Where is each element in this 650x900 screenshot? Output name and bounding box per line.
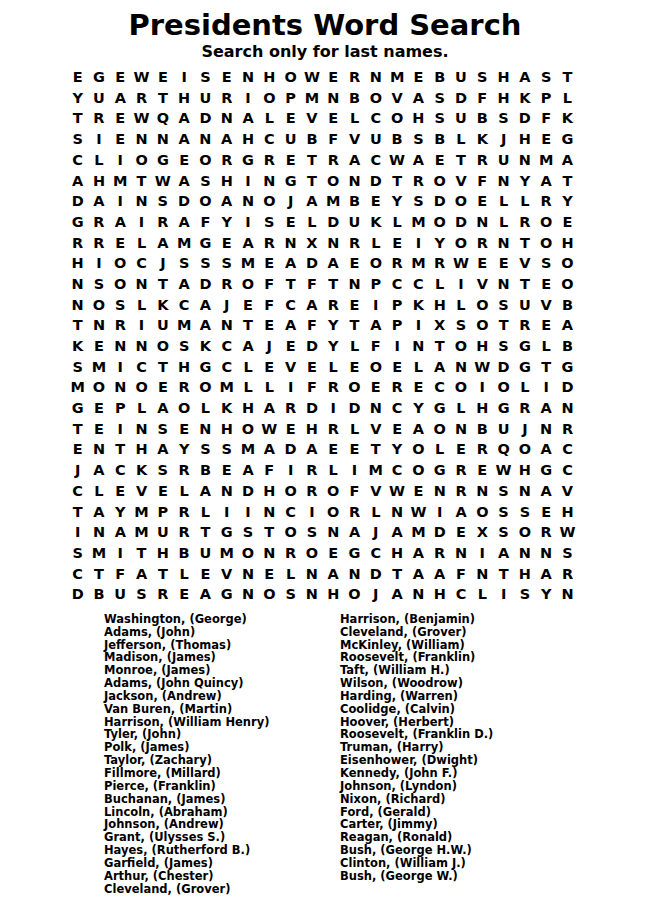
grid-cell: U <box>514 295 535 316</box>
grid-cell: M <box>131 501 152 522</box>
grid-cell: L <box>280 564 301 585</box>
grid-cell: H <box>131 439 152 460</box>
grid-cell: T <box>536 357 557 378</box>
grid-cell: L <box>450 295 471 316</box>
grid-cell: J <box>493 129 514 150</box>
grid-cell: Y <box>67 88 88 109</box>
grid-cell: E <box>195 564 216 585</box>
grid-cell: L <box>323 357 344 378</box>
grid-cell: N <box>536 543 557 564</box>
grid-cell: A <box>173 212 194 233</box>
grid-cell: N <box>472 481 493 502</box>
grid-cell: A <box>408 150 429 171</box>
grid-cell: H <box>259 67 280 88</box>
grid-cell: A <box>536 564 557 585</box>
grid-cell: M <box>110 170 131 191</box>
grid-cell: U <box>152 315 173 336</box>
grid-cell: W <box>386 150 407 171</box>
grid-cell: S <box>280 584 301 605</box>
grid-cell: R <box>216 88 237 109</box>
grid-cell: S <box>408 129 429 150</box>
grid-cell: R <box>536 522 557 543</box>
grid-cell: U <box>88 88 109 109</box>
grid-cell: H <box>259 481 280 502</box>
grid-cell: L <box>557 88 578 109</box>
grid-cell: N <box>557 398 578 419</box>
grid-cell: I <box>237 170 258 191</box>
word-list-item: Nixon, (Richard) <box>340 793 570 806</box>
grid-cell: V <box>450 170 471 191</box>
grid-cell: G <box>216 584 237 605</box>
grid-cell: Y <box>557 191 578 212</box>
grid-cell: R <box>450 481 471 502</box>
grid-cell: L <box>237 377 258 398</box>
grid-cell: S <box>216 253 237 274</box>
grid-cell: G <box>429 398 450 419</box>
grid-cell: A <box>557 315 578 336</box>
grid-cell: R <box>67 233 88 254</box>
grid-cell: N <box>323 88 344 109</box>
grid-cell: W <box>259 419 280 440</box>
grid-cell: N <box>557 584 578 605</box>
grid-cell: R <box>557 419 578 440</box>
grid-cell: S <box>493 501 514 522</box>
grid-cell: O <box>195 191 216 212</box>
grid-cell: C <box>173 295 194 316</box>
grid-cell: A <box>237 460 258 481</box>
grid-cell: L <box>408 357 429 378</box>
grid-cell: S <box>152 460 173 481</box>
grid-cell: O <box>450 191 471 212</box>
grid-cell: I <box>386 336 407 357</box>
grid-cell: R <box>173 501 194 522</box>
grid-cell: S <box>237 522 258 543</box>
grid-cell: I <box>216 501 237 522</box>
grid-cell: R <box>323 377 344 398</box>
grid-cell: S <box>536 253 557 274</box>
grid-cell: W <box>152 170 173 191</box>
grid-cell: V <box>216 564 237 585</box>
grid-cell: O <box>365 253 386 274</box>
grid-cell: O <box>344 584 365 605</box>
grid-cell: V <box>131 481 152 502</box>
grid-cell: O <box>280 481 301 502</box>
grid-cell: T <box>131 543 152 564</box>
grid-cell: R <box>88 212 109 233</box>
grid-cell: U <box>195 543 216 564</box>
word-list-item: Wilson, (Woodrow) <box>340 677 570 690</box>
grid-cell: N <box>88 522 109 543</box>
grid-cell: D <box>429 191 450 212</box>
grid-cell: S <box>493 295 514 316</box>
grid-cell: O <box>323 481 344 502</box>
grid-cell: Y <box>429 233 450 254</box>
grid-cell: Y <box>386 191 407 212</box>
grid-cell: C <box>216 357 237 378</box>
grid-cell: H <box>514 564 535 585</box>
grid-cell: O <box>429 170 450 191</box>
grid-cell: E <box>365 377 386 398</box>
grid-cell: M <box>386 67 407 88</box>
grid-cell: T <box>152 274 173 295</box>
grid-cell: N <box>301 584 322 605</box>
grid-cell: I <box>110 357 131 378</box>
grid-cell: A <box>514 67 535 88</box>
grid-cell: R <box>173 460 194 481</box>
grid-cell: N <box>344 564 365 585</box>
grid-cell: E <box>216 233 237 254</box>
grid-cell: S <box>195 67 216 88</box>
grid-cell: R <box>386 253 407 274</box>
grid-cell: A <box>536 170 557 191</box>
grid-cell: E <box>67 439 88 460</box>
grid-cell: H <box>493 67 514 88</box>
grid-cell: A <box>152 233 173 254</box>
grid-cell: L <box>259 108 280 129</box>
grid-cell: D <box>280 439 301 460</box>
grid-cell: S <box>152 191 173 212</box>
grid-cell: T <box>110 439 131 460</box>
grid-cell: I <box>493 584 514 605</box>
grid-cell: A <box>536 481 557 502</box>
grid-cell: C <box>365 150 386 171</box>
grid-cell: E <box>280 150 301 171</box>
grid-cell: G <box>67 212 88 233</box>
grid-cell: F <box>344 481 365 502</box>
grid-cell: R <box>88 108 109 129</box>
grid-cell: E <box>323 543 344 564</box>
grid-cell: A <box>408 564 429 585</box>
grid-cell: Y <box>323 336 344 357</box>
grid-cell: I <box>536 377 557 398</box>
grid-cell: M <box>131 522 152 543</box>
grid-cell: S <box>173 336 194 357</box>
grid-cell: J <box>365 522 386 543</box>
grid-cell: A <box>259 398 280 419</box>
grid-cell: R <box>259 150 280 171</box>
grid-cell: N <box>450 419 471 440</box>
grid-cell: O <box>110 274 131 295</box>
grid-cell: E <box>472 253 493 274</box>
grid-cell: G <box>152 150 173 171</box>
grid-cell: M <box>67 377 88 398</box>
grid-cell: S <box>259 212 280 233</box>
grid-cell: T <box>429 336 450 357</box>
grid-cell: M <box>173 315 194 336</box>
grid-cell: A <box>365 315 386 336</box>
word-list-item: Hayes, (Rutherford B.) <box>104 844 340 857</box>
page-title: Presidents Word Search <box>0 8 650 42</box>
grid-cell: N <box>493 170 514 191</box>
grid-cell: E <box>344 439 365 460</box>
grid-cell: I <box>237 501 258 522</box>
grid-cell: N <box>472 212 493 233</box>
grid-cell: T <box>152 564 173 585</box>
grid-cell: H <box>557 233 578 254</box>
word-list-item: Adams, (John) <box>104 626 340 639</box>
grid-cell: N <box>110 377 131 398</box>
grid-cell: S <box>88 274 109 295</box>
grid-cell: K <box>152 295 173 316</box>
grid-cell: G <box>557 129 578 150</box>
grid-cell: R <box>173 522 194 543</box>
grid-cell: O <box>323 501 344 522</box>
grid-cell: T <box>514 274 535 295</box>
grid-cell: N <box>88 315 109 336</box>
grid-cell: I <box>472 377 493 398</box>
grid-cell: V <box>472 274 493 295</box>
grid-cell: K <box>195 336 216 357</box>
grid-cell: I <box>429 501 450 522</box>
grid-cell: T <box>450 150 471 171</box>
grid-cell: G <box>237 150 258 171</box>
grid-cell: B <box>472 419 493 440</box>
grid-cell: O <box>344 377 365 398</box>
grid-cell: C <box>131 357 152 378</box>
grid-cell: C <box>110 460 131 481</box>
grid-cell: R <box>301 460 322 481</box>
grid-cell: B <box>88 584 109 605</box>
grid-cell: O <box>195 377 216 398</box>
grid-cell: C <box>386 398 407 419</box>
grid-cell: S <box>67 129 88 150</box>
grid-cell: H <box>514 460 535 481</box>
grid-cell: N <box>195 129 216 150</box>
grid-cell: R <box>323 419 344 440</box>
grid-cell: H <box>429 584 450 605</box>
grid-cell: E <box>365 191 386 212</box>
grid-cell: I <box>344 460 365 481</box>
grid-cell: E <box>259 564 280 585</box>
grid-cell: L <box>514 191 535 212</box>
grid-cell: K <box>131 460 152 481</box>
grid-cell: Y <box>536 584 557 605</box>
word-list-item: Arthur, (Chester) <box>104 870 340 883</box>
grid-cell: I <box>280 377 301 398</box>
grid-cell: R <box>344 233 365 254</box>
grid-cell: V <box>365 481 386 502</box>
grid-cell: T <box>67 501 88 522</box>
grid-cell: L <box>173 481 194 502</box>
grid-cell: H <box>88 170 109 191</box>
grid-cell: B <box>344 191 365 212</box>
grid-cell: L <box>195 501 216 522</box>
grid-cell: E <box>344 253 365 274</box>
grid-cell: R <box>173 377 194 398</box>
puzzle-page: Presidents Word Search Search only for l… <box>0 8 650 900</box>
grid-cell: H <box>386 543 407 564</box>
grid-cell: U <box>450 67 471 88</box>
grid-cell: O <box>280 522 301 543</box>
grid-cell: A <box>493 543 514 564</box>
grid-cell: A <box>152 398 173 419</box>
grid-cell: O <box>259 584 280 605</box>
grid-cell: E <box>88 419 109 440</box>
grid-cell: A <box>110 212 131 233</box>
grid-cell: Y <box>323 315 344 336</box>
grid-cell: L <box>365 233 386 254</box>
grid-cell: N <box>259 170 280 191</box>
grid-cell: C <box>408 274 429 295</box>
grid-cell: R <box>536 191 557 212</box>
grid-cell: A <box>131 564 152 585</box>
grid-cell: E <box>152 481 173 502</box>
grid-cell: C <box>131 253 152 274</box>
grid-cell: O <box>237 419 258 440</box>
grid-cell: A <box>237 233 258 254</box>
grid-cell: C <box>365 108 386 129</box>
grid-cell: X <box>429 315 450 336</box>
grid-cell: G <box>536 460 557 481</box>
grid-cell: V <box>344 129 365 150</box>
grid-cell: N <box>408 584 429 605</box>
grid-cell: J <box>514 419 535 440</box>
grid-cell: E <box>301 357 322 378</box>
grid-cell: L <box>472 584 493 605</box>
grid-cell: A <box>195 481 216 502</box>
grid-cell: A <box>450 501 471 522</box>
grid-cell: T <box>323 274 344 295</box>
grid-cell: Y <box>514 170 535 191</box>
grid-cell: N <box>131 274 152 295</box>
grid-cell: A <box>195 584 216 605</box>
grid-cell: C <box>67 481 88 502</box>
grid-cell: R <box>344 67 365 88</box>
grid-cell: S <box>429 88 450 109</box>
grid-cell: O <box>131 150 152 171</box>
grid-cell: U <box>110 584 131 605</box>
grid-cell: N <box>493 274 514 295</box>
grid-cell: E <box>493 253 514 274</box>
grid-cell: O <box>536 233 557 254</box>
grid-cell: L <box>237 357 258 378</box>
grid-cell: T <box>493 564 514 585</box>
grid-cell: A <box>216 191 237 212</box>
grid-cell: E <box>536 315 557 336</box>
grid-cell: S <box>493 108 514 129</box>
grid-cell: L <box>365 501 386 522</box>
grid-cell: O <box>88 295 109 316</box>
grid-cell: A <box>173 108 194 129</box>
grid-cell: I <box>110 191 131 212</box>
grid-cell: E <box>110 108 131 129</box>
grid-cell: E <box>216 460 237 481</box>
grid-cell: A <box>110 522 131 543</box>
grid-cell: O <box>429 419 450 440</box>
grid-cell: C <box>259 129 280 150</box>
grid-cell: T <box>557 67 578 88</box>
grid-cell: T <box>344 315 365 336</box>
grid-cell: D <box>301 253 322 274</box>
grid-cell: M <box>216 543 237 564</box>
grid-cell: T <box>259 522 280 543</box>
grid-cell: V <box>365 419 386 440</box>
grid-cell: T <box>67 419 88 440</box>
grid-cell: L <box>88 481 109 502</box>
grid-cell: H <box>323 584 344 605</box>
grid-cell: E <box>280 419 301 440</box>
grid-cell: P <box>536 88 557 109</box>
grid-cell: L <box>386 212 407 233</box>
grid-cell: L <box>131 295 152 316</box>
grid-cell: R <box>216 150 237 171</box>
grid-cell: S <box>408 191 429 212</box>
grid-cell: O <box>429 212 450 233</box>
grid-cell: G <box>557 357 578 378</box>
grid-cell: T <box>280 274 301 295</box>
grid-cell: A <box>301 439 322 460</box>
grid-cell: I <box>110 150 131 171</box>
grid-cell: N <box>110 336 131 357</box>
grid-cell: A <box>259 439 280 460</box>
grid-cell: N <box>237 67 258 88</box>
grid-cell: N <box>344 170 365 191</box>
grid-cell: D <box>557 377 578 398</box>
grid-cell: P <box>280 88 301 109</box>
grid-cell: F <box>450 564 471 585</box>
grid-cell: L <box>344 419 365 440</box>
grid-cell: Y <box>408 398 429 419</box>
grid-cell: O <box>259 88 280 109</box>
grid-cell: A <box>152 439 173 460</box>
grid-cell: O <box>557 274 578 295</box>
grid-cell: E <box>259 315 280 336</box>
grid-cell: R <box>131 88 152 109</box>
grid-cell: L <box>450 398 471 419</box>
word-list-left: Washington, (George)Adams, (John)Jeffers… <box>104 613 340 896</box>
grid-cell: F <box>365 336 386 357</box>
grid-cell: C <box>386 460 407 481</box>
grid-cell: R <box>472 150 493 171</box>
grid-cell: O <box>514 439 535 460</box>
grid-cell: A <box>173 274 194 295</box>
grid-cell: O <box>195 150 216 171</box>
grid-cell: I <box>131 315 152 336</box>
grid-cell: R <box>344 501 365 522</box>
grid-cell: D <box>323 212 344 233</box>
grid-cell: C <box>365 543 386 564</box>
grid-cell: M <box>536 150 557 171</box>
grid-cell: E <box>110 129 131 150</box>
grid-cell: I <box>365 295 386 316</box>
grid-cell: W <box>493 460 514 481</box>
grid-cell: S <box>493 481 514 502</box>
grid-cell: A <box>67 170 88 191</box>
word-list-item: Coolidge, (Calvin) <box>340 703 570 716</box>
grid-cell: S <box>493 336 514 357</box>
grid-cell: C <box>216 336 237 357</box>
grid-cell: E <box>259 253 280 274</box>
grid-cell: F <box>536 108 557 129</box>
word-list-item: Harding, (Warren) <box>340 690 570 703</box>
grid-cell: O <box>450 336 471 357</box>
grid-cell: X <box>301 233 322 254</box>
grid-cell: O <box>323 170 344 191</box>
grid-cell: M <box>408 253 429 274</box>
grid-cell: R <box>472 233 493 254</box>
grid-cell: E <box>152 377 173 398</box>
grid-cell: R <box>152 584 173 605</box>
grid-cell: T <box>237 315 258 336</box>
grid-cell: E <box>280 212 301 233</box>
grid-cell: D <box>67 584 88 605</box>
grid-cell: G <box>216 522 237 543</box>
grid-cell: D <box>365 170 386 191</box>
grid-cell: E <box>152 67 173 88</box>
grid-cell: E <box>536 274 557 295</box>
grid-cell: D <box>493 357 514 378</box>
grid-cell: O <box>472 315 493 336</box>
